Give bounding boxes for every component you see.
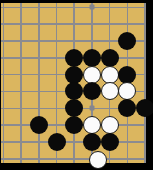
black-stone[interactable] [118,99,136,117]
black-stone[interactable] [136,99,153,117]
star-point [90,5,95,10]
white-stone[interactable] [101,82,119,100]
grid-line-horizontal [1,7,146,9]
star-point [90,106,95,111]
black-stone[interactable] [83,49,101,67]
black-stone[interactable] [101,133,119,151]
black-stone[interactable] [48,133,66,151]
white-stone[interactable] [101,116,119,134]
black-stone[interactable] [30,116,48,134]
go-board-crop [0,0,153,170]
black-stone[interactable] [83,133,101,151]
black-stone[interactable] [83,82,101,100]
white-stone[interactable] [89,151,107,169]
grid-line-vertical [20,3,22,163]
black-stone[interactable] [118,32,136,50]
grid-line-horizontal [1,158,146,160]
grid-line-vertical [3,3,5,163]
black-stone[interactable] [65,49,83,67]
white-stone[interactable] [83,66,101,84]
black-stone[interactable] [101,49,119,67]
grid-line-vertical [144,3,146,163]
black-stone[interactable] [65,82,83,100]
grid-line-horizontal [1,23,146,25]
board[interactable] [1,3,146,163]
grid-line-vertical [38,3,40,163]
grid-line-horizontal [1,141,146,143]
white-stone[interactable] [101,66,119,84]
black-stone[interactable] [65,99,83,117]
black-stone[interactable] [65,116,83,134]
white-stone[interactable] [83,116,101,134]
black-stone[interactable] [65,66,83,84]
black-stone[interactable] [118,66,136,84]
white-stone[interactable] [118,82,136,100]
